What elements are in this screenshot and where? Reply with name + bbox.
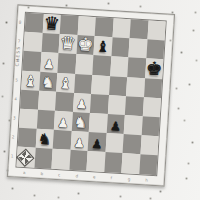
square-c1[interactable]: [51, 149, 70, 169]
brand-logo-diamond: [17, 149, 35, 167]
square-e7[interactable]: ♝: [93, 36, 112, 56]
square-c6[interactable]: [57, 53, 76, 73]
square-a3[interactable]: [19, 109, 38, 129]
square-f5[interactable]: [109, 76, 128, 96]
black-pawn[interactable]: ♟: [109, 120, 121, 133]
square-b6[interactable]: ♟: [40, 52, 59, 72]
white-knight[interactable]: ♞: [41, 75, 55, 91]
square-d3[interactable]: ♞: [71, 112, 90, 132]
square-f2[interactable]: [105, 133, 124, 153]
square-b2[interactable]: ♞: [35, 129, 54, 149]
square-b8[interactable]: ♛: [42, 14, 61, 34]
square-a8[interactable]: [25, 13, 44, 33]
square-f1[interactable]: [104, 152, 123, 172]
white-pawn[interactable]: ♟: [76, 99, 88, 112]
square-d5[interactable]: [74, 74, 93, 94]
square-e5[interactable]: [91, 75, 110, 95]
square-b4[interactable]: [38, 91, 57, 111]
square-d7[interactable]: ♚: [76, 35, 95, 55]
square-a7[interactable]: [24, 32, 43, 52]
rank-label-7: 7: [18, 40, 21, 44]
square-e2[interactable]: ♟: [88, 132, 107, 152]
square-c5[interactable]: ♝: [56, 72, 75, 92]
file-label-f: f: [110, 176, 112, 180]
square-e4[interactable]: [90, 94, 109, 114]
white-king[interactable]: ♚: [77, 35, 94, 54]
square-a2[interactable]: [18, 128, 37, 148]
white-pawn[interactable]: ♟: [73, 137, 85, 150]
square-g6[interactable]: [127, 58, 146, 78]
square-b3[interactable]: [36, 110, 55, 130]
square-d1[interactable]: [69, 150, 88, 170]
square-e6[interactable]: [92, 55, 111, 75]
photo-background: CHESS ♛♛♚♝♟♚♝♞♝♟♟♞♟♞♟♟ 87654321abcdefgh: [0, 0, 200, 200]
black-king[interactable]: ♚: [145, 59, 162, 78]
file-label-g: g: [128, 177, 131, 181]
square-g4[interactable]: [125, 96, 144, 116]
square-a4[interactable]: [20, 89, 39, 109]
file-label-h: h: [145, 178, 148, 182]
file-label-a: a: [23, 171, 26, 175]
square-g1[interactable]: [121, 153, 140, 173]
square-e3[interactable]: [89, 113, 108, 133]
file-label-b: b: [41, 172, 44, 176]
square-g8[interactable]: [130, 19, 149, 39]
chess-board: CHESS ♛♛♚♝♟♚♝♞♝♟♟♞♟♞♟♟ 87654321abcdefgh: [7, 4, 175, 186]
black-queen[interactable]: ♛: [43, 14, 60, 33]
rank-label-3: 3: [13, 116, 16, 120]
square-b5[interactable]: ♞: [39, 71, 58, 91]
square-c7[interactable]: ♛: [58, 34, 77, 54]
square-f3[interactable]: ♟: [106, 114, 125, 134]
rank-label-5: 5: [15, 78, 18, 82]
rank-label-4: 4: [14, 97, 17, 101]
square-g2[interactable]: [123, 134, 142, 154]
white-bishop[interactable]: ♝: [58, 76, 72, 92]
white-queen[interactable]: ♛: [59, 34, 76, 53]
square-h2[interactable]: [140, 135, 159, 155]
white-bishop[interactable]: ♝: [23, 74, 37, 90]
square-d4[interactable]: ♟: [72, 93, 91, 113]
file-label-e: e: [93, 175, 96, 179]
square-c4[interactable]: [55, 92, 74, 112]
square-a5[interactable]: ♝: [21, 70, 40, 90]
white-pawn[interactable]: ♟: [43, 58, 55, 71]
square-e1[interactable]: [86, 151, 105, 171]
file-label-d: d: [75, 174, 78, 178]
square-a1[interactable]: [17, 147, 36, 167]
square-f4[interactable]: [107, 95, 126, 115]
square-c3[interactable]: ♟: [54, 111, 73, 131]
square-a6[interactable]: [22, 51, 41, 71]
board-grid: ♛♛♚♝♟♚♝♞♝♟♟♞♟♞♟♟: [15, 12, 166, 176]
square-e8[interactable]: [95, 17, 114, 37]
black-bishop[interactable]: ♝: [96, 40, 110, 56]
square-h4[interactable]: [142, 97, 161, 117]
black-pawn[interactable]: ♟: [91, 138, 103, 151]
square-b7[interactable]: [41, 33, 60, 53]
board-brand-text: CHESS: [15, 45, 21, 66]
white-pawn[interactable]: ♟: [57, 117, 69, 130]
square-d6[interactable]: [75, 54, 94, 74]
square-h1[interactable]: [139, 154, 158, 174]
rank-label-2: 2: [12, 135, 15, 139]
square-h8[interactable]: [147, 20, 166, 40]
square-h3[interactable]: [141, 116, 160, 136]
film-grain: [0, 0, 1, 1]
square-g5[interactable]: [126, 77, 145, 97]
square-h6[interactable]: ♚: [145, 59, 164, 79]
square-g7[interactable]: [128, 38, 147, 58]
square-f7[interactable]: [111, 37, 130, 57]
black-knight[interactable]: ♞: [37, 132, 51, 148]
square-b1[interactable]: [34, 148, 53, 168]
square-c2[interactable]: [53, 130, 72, 150]
square-g3[interactable]: [124, 115, 143, 135]
file-label-c: c: [58, 173, 60, 177]
square-h5[interactable]: [143, 78, 162, 98]
rank-label-8: 8: [19, 20, 22, 24]
square-f8[interactable]: [112, 18, 131, 38]
white-knight[interactable]: ♞: [73, 115, 87, 131]
rank-label-1: 1: [11, 155, 14, 159]
square-d2[interactable]: ♟: [70, 131, 89, 151]
square-f6[interactable]: [110, 57, 129, 77]
